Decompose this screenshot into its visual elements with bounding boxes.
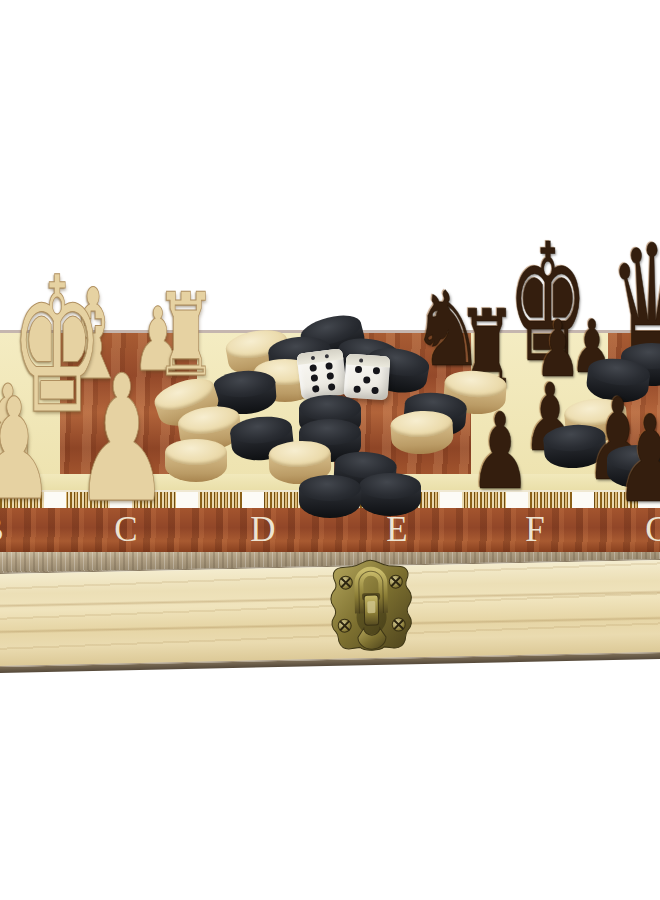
checker-disc-black (359, 473, 421, 517)
die-pip (311, 356, 315, 360)
checker-disc-top (165, 439, 227, 465)
die-pip (359, 358, 363, 362)
die-showing-5 (344, 354, 391, 401)
die-showing-6 (296, 348, 347, 399)
die-pip (309, 364, 317, 372)
die-pip (325, 362, 333, 370)
die-pip (328, 383, 336, 391)
chess-piece-dark-pawn: ♟ (469, 400, 530, 505)
checker-disc-black (299, 475, 361, 519)
die-pip (312, 385, 320, 393)
file-label-F: F (525, 510, 544, 550)
die-pip (354, 386, 361, 393)
photo-canvas: BCDEFG (0, 0, 660, 900)
die-pip (325, 354, 329, 358)
die-pip (355, 366, 362, 373)
chess-piece-light-pawn: ♟ (73, 352, 170, 527)
chess-piece-dark-pawn: ♟ (615, 400, 660, 520)
die-top-face (346, 354, 391, 368)
file-label-D: D (250, 510, 275, 550)
die-pip (310, 374, 318, 382)
checker-disc-top (299, 475, 361, 501)
die-pip (363, 376, 370, 383)
checker-disc-cream (165, 439, 227, 483)
checker-disc-cream (390, 409, 454, 456)
checker-disc-top (299, 395, 361, 421)
die-pip (371, 387, 378, 394)
die-pip (373, 367, 380, 374)
chess-piece-light-pawn: ♟ (0, 380, 55, 520)
brass-latch-icon (320, 552, 422, 658)
checker-disc-top (359, 473, 421, 499)
die-pip (327, 372, 335, 380)
box-front (0, 537, 660, 683)
